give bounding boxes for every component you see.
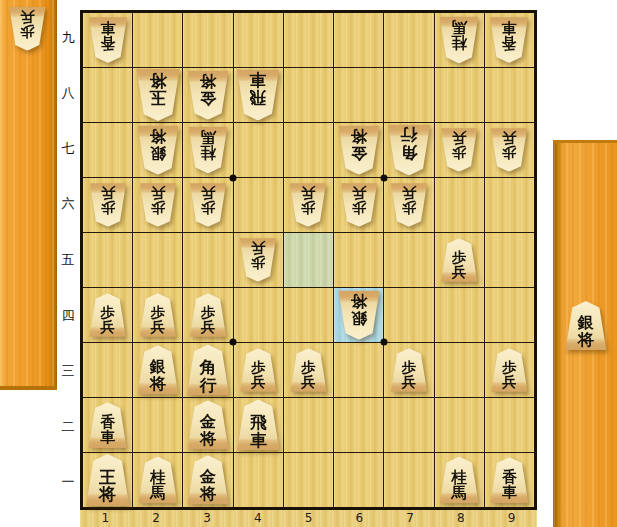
piece-kanji: 歩兵 <box>390 183 429 227</box>
piece-king-1一[interactable]: 王将 <box>85 454 131 506</box>
square-5三[interactable]: 歩兵 <box>284 343 333 397</box>
piece-kanji: 歩兵 <box>139 183 178 227</box>
square-9五[interactable] <box>485 233 534 287</box>
file-label-6: 6 <box>334 510 385 527</box>
square-9九[interactable]: 香車 <box>485 13 534 67</box>
square-1一[interactable]: 王将 <box>83 453 132 507</box>
square-7三[interactable]: 歩兵 <box>384 343 433 397</box>
rank-label-九: 九 <box>56 10 80 66</box>
rank-label-三: 三 <box>56 343 80 399</box>
rank-label-五: 五 <box>56 232 80 288</box>
piece-kanji: 金将 <box>186 455 230 504</box>
piece-kanji: 歩兵 <box>289 348 328 392</box>
square-8四[interactable] <box>435 288 484 342</box>
piece-pawn-1四[interactable]: 歩兵 <box>88 293 127 337</box>
rank-label-八: 八 <box>56 66 80 122</box>
piece-pawn-9三[interactable]: 歩兵 <box>490 348 529 392</box>
square-4一[interactable] <box>234 453 283 507</box>
square-9一[interactable]: 香車 <box>485 453 534 507</box>
square-6四[interactable]: 銀将 <box>334 288 383 342</box>
rank-label-六: 六 <box>56 177 80 233</box>
square-4九[interactable] <box>234 13 283 67</box>
piece-kanji: 歩兵 <box>189 183 228 227</box>
square-7一[interactable] <box>384 453 433 507</box>
square-3八[interactable]: 金将 <box>183 68 232 122</box>
piece-pawn-3四[interactable]: 歩兵 <box>189 293 228 337</box>
square-7八[interactable] <box>384 68 433 122</box>
piece-kanji: 香車 <box>87 402 127 448</box>
file-label-5: 5 <box>283 510 334 527</box>
piece-bishop-7七[interactable]: 角行 <box>386 125 431 176</box>
piece-kanji: 歩兵 <box>88 293 127 337</box>
square-8二[interactable] <box>435 398 484 452</box>
piece-kanji: 金将 <box>337 125 381 174</box>
square-4七[interactable] <box>234 123 283 177</box>
piece-kanji: 歩兵 <box>440 238 479 282</box>
piece-kanji: 飛車 <box>236 70 281 121</box>
piece-kanji: 桂馬 <box>137 457 178 504</box>
piece-silver-2七[interactable]: 銀将 <box>136 125 180 174</box>
square-3七[interactable]: 桂馬 <box>183 123 232 177</box>
piece-kanji: 銀将 <box>136 125 180 174</box>
rank-label-七: 七 <box>56 121 80 177</box>
board-grid: 香車桂馬香車玉将金将飛車銀将桂馬金将角行歩兵歩兵歩兵歩兵歩兵歩兵歩兵歩兵歩兵歩兵… <box>80 10 537 510</box>
square-3四[interactable]: 歩兵 <box>183 288 232 342</box>
square-7九[interactable] <box>384 13 433 67</box>
piece-kanji: 金将 <box>186 400 230 449</box>
square-8八[interactable] <box>435 68 484 122</box>
square-9三[interactable]: 歩兵 <box>485 343 534 397</box>
square-9八[interactable] <box>485 68 534 122</box>
square-5一[interactable] <box>284 453 333 507</box>
square-7二[interactable] <box>384 398 433 452</box>
square-7六[interactable]: 歩兵 <box>384 178 433 232</box>
square-8五[interactable]: 歩兵 <box>435 233 484 287</box>
square-6一[interactable] <box>334 453 383 507</box>
star-point <box>380 339 387 346</box>
piece-pawn-3六[interactable]: 歩兵 <box>189 183 228 227</box>
piece-pawn-7六[interactable]: 歩兵 <box>390 183 429 227</box>
piece-kanji: 歩兵 <box>189 293 228 337</box>
piece-kanji: 香車 <box>489 457 529 503</box>
square-1八[interactable] <box>83 68 132 122</box>
piece-pawn-6六[interactable]: 歩兵 <box>339 183 378 227</box>
square-9六[interactable] <box>485 178 534 232</box>
piece-pawn-2四[interactable]: 歩兵 <box>139 293 178 337</box>
square-1五[interactable] <box>83 233 132 287</box>
square-7七[interactable]: 角行 <box>384 123 433 177</box>
square-3三[interactable]: 角行 <box>183 343 232 397</box>
piece-lance-9一[interactable]: 香車 <box>489 457 529 503</box>
piece-pawn-8七[interactable]: 歩兵 <box>440 128 479 172</box>
piece-king-2八[interactable]: 玉将 <box>135 69 181 121</box>
piece-pawn-5三[interactable]: 歩兵 <box>289 348 328 392</box>
piece-kanji: 香車 <box>87 17 127 63</box>
square-6五[interactable] <box>334 233 383 287</box>
square-2二[interactable] <box>133 398 182 452</box>
star-point <box>380 174 387 181</box>
square-6二[interactable] <box>334 398 383 452</box>
komadai-bottom-player: 銀将 <box>553 140 617 527</box>
piece-pawn-9七[interactable]: 歩兵 <box>490 128 529 172</box>
piece-knight-3七[interactable]: 桂馬 <box>187 127 228 174</box>
square-9四[interactable] <box>485 288 534 342</box>
piece-kanji: 歩兵 <box>440 128 479 172</box>
piece-kanji: 銀将 <box>337 290 381 339</box>
piece-knight-8九[interactable]: 桂馬 <box>438 17 479 64</box>
piece-knight-2一[interactable]: 桂馬 <box>137 457 178 504</box>
piece-lance-1二[interactable]: 香車 <box>87 402 127 448</box>
square-2六[interactable]: 歩兵 <box>133 178 182 232</box>
piece-kanji: 王将 <box>85 454 131 506</box>
square-2三[interactable]: 銀将 <box>133 343 182 397</box>
piece-pawn-2六[interactable]: 歩兵 <box>139 183 178 227</box>
square-8一[interactable]: 桂馬 <box>435 453 484 507</box>
piece-kanji: 歩兵 <box>339 183 378 227</box>
piece-pawn-4五[interactable]: 歩兵 <box>239 238 278 282</box>
piece-kanji: 桂馬 <box>438 457 479 504</box>
square-7五[interactable] <box>384 233 433 287</box>
file-label-2: 2 <box>131 510 182 527</box>
piece-gold-3一[interactable]: 金将 <box>186 455 230 504</box>
piece-pawn-5六[interactable]: 歩兵 <box>289 183 328 227</box>
square-6九[interactable] <box>334 13 383 67</box>
square-5四[interactable] <box>284 288 333 342</box>
square-4四[interactable] <box>234 288 283 342</box>
piece-kanji: 歩兵 <box>239 238 278 282</box>
square-6七[interactable]: 金将 <box>334 123 383 177</box>
piece-gold-3二[interactable]: 金将 <box>186 400 230 449</box>
piece-kanji: 銀将 <box>564 301 608 350</box>
piece-kanji: 歩兵 <box>490 128 529 172</box>
piece-kanji: 角行 <box>186 345 231 396</box>
file-labels: 123456789 <box>80 510 537 527</box>
square-8六[interactable] <box>435 178 484 232</box>
shogi-board: 香車桂馬香車玉将金将飛車銀将桂馬金将角行歩兵歩兵歩兵歩兵歩兵歩兵歩兵歩兵歩兵歩兵… <box>80 10 537 527</box>
square-8七[interactable]: 歩兵 <box>435 123 484 177</box>
square-8三[interactable] <box>435 343 484 397</box>
file-label-9: 9 <box>486 510 537 527</box>
piece-kanji: 歩兵 <box>239 348 278 392</box>
piece-kanji: 角行 <box>386 125 431 176</box>
piece-pawn-4三[interactable]: 歩兵 <box>239 348 278 392</box>
square-3九[interactable] <box>183 13 232 67</box>
square-2九[interactable] <box>133 13 182 67</box>
piece-pawn-in-hand-top[interactable]: 歩兵 <box>8 7 47 51</box>
square-6六[interactable]: 歩兵 <box>334 178 383 232</box>
square-2八[interactable]: 玉将 <box>133 68 182 122</box>
piece-rook-4八[interactable]: 飛車 <box>236 70 281 121</box>
piece-knight-8一[interactable]: 桂馬 <box>438 457 479 504</box>
piece-rook-4二[interactable]: 飛車 <box>236 400 281 451</box>
file-label-7: 7 <box>385 510 436 527</box>
star-point <box>230 174 237 181</box>
square-5五[interactable] <box>284 233 333 287</box>
file-label-3: 3 <box>182 510 233 527</box>
square-1七[interactable] <box>83 123 132 177</box>
shogi-app: 歩兵 銀将 九八七六五四三二一 香車桂馬香車玉将金将飛車銀将桂馬金将角行歩兵歩兵… <box>0 0 617 527</box>
piece-silver-6四[interactable]: 銀将 <box>337 290 381 339</box>
square-4三[interactable]: 歩兵 <box>234 343 283 397</box>
square-5七[interactable] <box>284 123 333 177</box>
square-5九[interactable] <box>284 13 333 67</box>
piece-silver-in-hand-bottom[interactable]: 銀将 <box>564 301 608 350</box>
square-3一[interactable]: 金将 <box>183 453 232 507</box>
file-label-4: 4 <box>232 510 283 527</box>
square-9七[interactable]: 歩兵 <box>485 123 534 177</box>
square-2七[interactable]: 銀将 <box>133 123 182 177</box>
square-1四[interactable]: 歩兵 <box>83 288 132 342</box>
piece-kanji: 銀将 <box>136 345 180 394</box>
square-5八[interactable] <box>284 68 333 122</box>
square-2四[interactable]: 歩兵 <box>133 288 182 342</box>
square-6八[interactable] <box>334 68 383 122</box>
square-6三[interactable] <box>334 343 383 397</box>
square-4八[interactable]: 飛車 <box>234 68 283 122</box>
square-7四[interactable] <box>384 288 433 342</box>
square-3二[interactable]: 金将 <box>183 398 232 452</box>
square-5六[interactable]: 歩兵 <box>284 178 333 232</box>
square-4五[interactable]: 歩兵 <box>234 233 283 287</box>
piece-kanji: 歩兵 <box>139 293 178 337</box>
square-1二[interactable]: 香車 <box>83 398 132 452</box>
square-2五[interactable] <box>133 233 182 287</box>
file-label-1: 1 <box>80 510 131 527</box>
square-9二[interactable] <box>485 398 534 452</box>
piece-gold-3八[interactable]: 金将 <box>186 70 230 119</box>
square-5二[interactable] <box>284 398 333 452</box>
piece-pawn-1六[interactable]: 歩兵 <box>88 183 127 227</box>
square-1九[interactable]: 香車 <box>83 13 132 67</box>
square-8九[interactable]: 桂馬 <box>435 13 484 67</box>
square-1三[interactable] <box>83 343 132 397</box>
komadai-top-player: 歩兵 <box>0 0 57 390</box>
rank-labels: 九八七六五四三二一 <box>56 10 80 510</box>
piece-kanji: 歩兵 <box>490 348 529 392</box>
square-1六[interactable]: 歩兵 <box>83 178 132 232</box>
piece-kanji: 歩兵 <box>8 7 47 51</box>
piece-kanji: 香車 <box>489 17 529 63</box>
piece-kanji: 飛車 <box>236 400 281 451</box>
square-4二[interactable]: 飛車 <box>234 398 283 452</box>
piece-kanji: 歩兵 <box>289 183 328 227</box>
square-3五[interactable] <box>183 233 232 287</box>
piece-pawn-7三[interactable]: 歩兵 <box>390 348 429 392</box>
square-4六[interactable] <box>234 178 283 232</box>
rank-label-一: 一 <box>56 455 80 511</box>
square-2一[interactable]: 桂馬 <box>133 453 182 507</box>
file-label-8: 8 <box>435 510 486 527</box>
square-3六[interactable]: 歩兵 <box>183 178 232 232</box>
piece-kanji: 桂馬 <box>187 127 228 174</box>
piece-kanji: 金将 <box>186 70 230 119</box>
piece-lance-9九[interactable]: 香車 <box>489 17 529 63</box>
piece-gold-6七[interactable]: 金将 <box>337 125 381 174</box>
piece-bishop-3三[interactable]: 角行 <box>186 345 231 396</box>
piece-kanji: 桂馬 <box>438 17 479 64</box>
piece-kanji: 歩兵 <box>390 348 429 392</box>
piece-lance-1九[interactable]: 香車 <box>87 17 127 63</box>
piece-silver-2三[interactable]: 銀将 <box>136 345 180 394</box>
rank-label-四: 四 <box>56 288 80 344</box>
piece-kanji: 玉将 <box>135 69 181 121</box>
piece-kanji: 歩兵 <box>88 183 127 227</box>
star-point <box>230 339 237 346</box>
piece-pawn-8五[interactable]: 歩兵 <box>440 238 479 282</box>
rank-label-二: 二 <box>56 399 80 455</box>
